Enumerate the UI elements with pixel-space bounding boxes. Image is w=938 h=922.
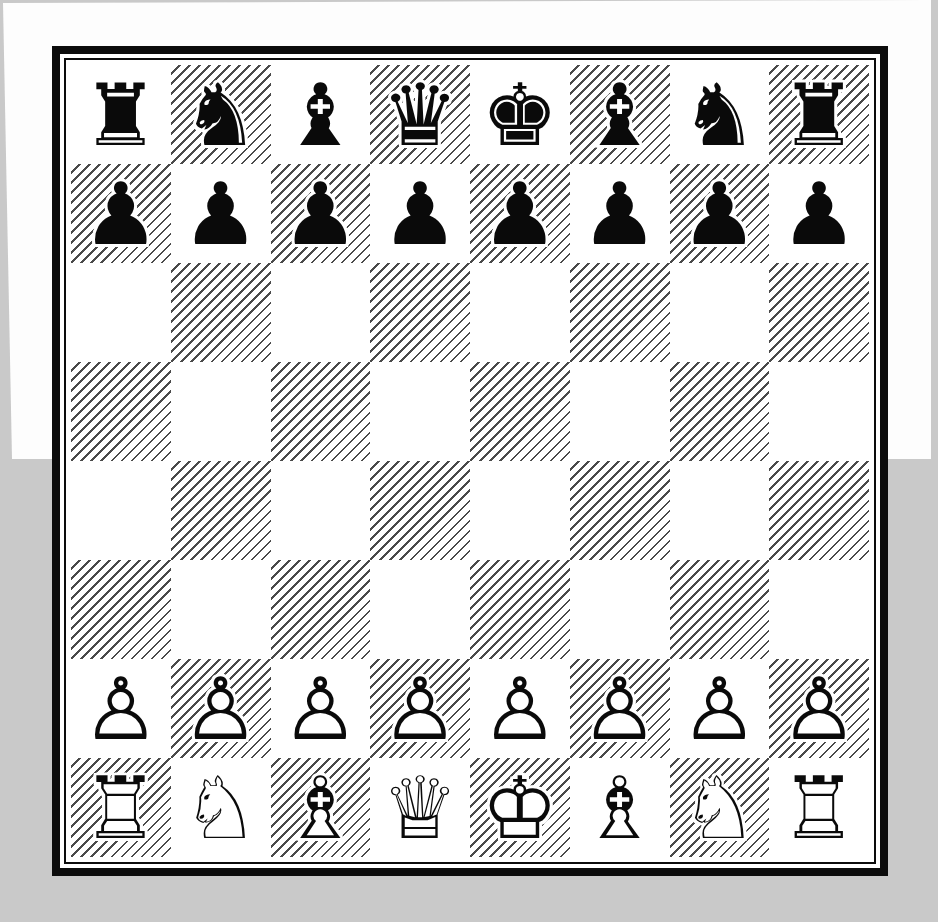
piece-glyph: ♟ bbox=[470, 164, 570, 263]
piece-glyph: ♟ bbox=[670, 164, 770, 263]
piece-black-bishop: ♝♝ bbox=[570, 65, 670, 164]
square-d4[interactable] bbox=[370, 461, 470, 560]
square-a6[interactable] bbox=[71, 263, 171, 362]
square-a8[interactable]: ♜♜ bbox=[71, 65, 171, 164]
piece-glyph: ♙ bbox=[370, 659, 470, 758]
piece-black-knight: ♞♞ bbox=[171, 65, 271, 164]
square-h1[interactable]: ♜♖ bbox=[769, 758, 869, 857]
square-b5[interactable] bbox=[171, 362, 271, 461]
board-grid: ♜♜♞♞♝♝♛♛♚♚♝♝♞♞♜♜♟♟♟♟♟♟♟♟♟♟♟♟♟♟♟♟♟♙♟♙♟♙♟♙… bbox=[71, 65, 869, 857]
piece-black-pawn: ♟♟ bbox=[570, 164, 670, 263]
piece-black-pawn: ♟♟ bbox=[670, 164, 770, 263]
square-f6[interactable] bbox=[570, 263, 670, 362]
board-inner-frame: ♜♜♞♞♝♝♛♛♚♚♝♝♞♞♜♜♟♟♟♟♟♟♟♟♟♟♟♟♟♟♟♟♟♙♟♙♟♙♟♙… bbox=[64, 58, 876, 864]
square-a2[interactable]: ♟♙ bbox=[71, 659, 171, 758]
square-a5[interactable] bbox=[71, 362, 171, 461]
piece-glyph: ♔ bbox=[470, 758, 570, 857]
square-d5[interactable] bbox=[370, 362, 470, 461]
square-a7[interactable]: ♟♟ bbox=[71, 164, 171, 263]
piece-glyph: ♜ bbox=[71, 65, 171, 164]
square-c6[interactable] bbox=[271, 263, 371, 362]
square-a4[interactable] bbox=[71, 461, 171, 560]
piece-glyph: ♟ bbox=[271, 164, 371, 263]
square-g5[interactable] bbox=[670, 362, 770, 461]
piece-white-queen: ♛♕ bbox=[370, 758, 470, 857]
piece-glyph: ♟ bbox=[570, 164, 670, 263]
square-g6[interactable] bbox=[670, 263, 770, 362]
piece-black-king: ♚♚ bbox=[470, 65, 570, 164]
piece-white-pawn: ♟♙ bbox=[271, 659, 371, 758]
square-b6[interactable] bbox=[171, 263, 271, 362]
square-h3[interactable] bbox=[769, 560, 869, 659]
square-c2[interactable]: ♟♙ bbox=[271, 659, 371, 758]
square-g1[interactable]: ♞♘ bbox=[670, 758, 770, 857]
square-d2[interactable]: ♟♙ bbox=[370, 659, 470, 758]
piece-glyph: ♕ bbox=[370, 758, 470, 857]
square-f2[interactable]: ♟♙ bbox=[570, 659, 670, 758]
square-h5[interactable] bbox=[769, 362, 869, 461]
square-c1[interactable]: ♝♗ bbox=[271, 758, 371, 857]
square-f7[interactable]: ♟♟ bbox=[570, 164, 670, 263]
piece-glyph: ♗ bbox=[570, 758, 670, 857]
piece-black-rook: ♜♜ bbox=[71, 65, 171, 164]
piece-white-bishop: ♝♗ bbox=[271, 758, 371, 857]
square-b7[interactable]: ♟♟ bbox=[171, 164, 271, 263]
square-d1[interactable]: ♛♕ bbox=[370, 758, 470, 857]
square-e5[interactable] bbox=[470, 362, 570, 461]
square-f3[interactable] bbox=[570, 560, 670, 659]
square-d7[interactable]: ♟♟ bbox=[370, 164, 470, 263]
square-g2[interactable]: ♟♙ bbox=[670, 659, 770, 758]
chessboard: ♜♜♞♞♝♝♛♛♚♚♝♝♞♞♜♜♟♟♟♟♟♟♟♟♟♟♟♟♟♟♟♟♟♙♟♙♟♙♟♙… bbox=[52, 46, 888, 876]
square-e4[interactable] bbox=[470, 461, 570, 560]
square-h7[interactable]: ♟♟ bbox=[769, 164, 869, 263]
square-c3[interactable] bbox=[271, 560, 371, 659]
square-f1[interactable]: ♝♗ bbox=[570, 758, 670, 857]
square-h4[interactable] bbox=[769, 461, 869, 560]
piece-white-pawn: ♟♙ bbox=[171, 659, 271, 758]
piece-black-rook: ♜♜ bbox=[769, 65, 869, 164]
piece-black-pawn: ♟♟ bbox=[71, 164, 171, 263]
piece-white-pawn: ♟♙ bbox=[769, 659, 869, 758]
square-f8[interactable]: ♝♝ bbox=[570, 65, 670, 164]
piece-white-rook: ♜♖ bbox=[71, 758, 171, 857]
square-d8[interactable]: ♛♛ bbox=[370, 65, 470, 164]
piece-black-pawn: ♟♟ bbox=[470, 164, 570, 263]
piece-glyph: ♖ bbox=[71, 758, 171, 857]
piece-glyph: ♞ bbox=[670, 65, 770, 164]
square-a3[interactable] bbox=[71, 560, 171, 659]
square-c7[interactable]: ♟♟ bbox=[271, 164, 371, 263]
piece-white-pawn: ♟♙ bbox=[71, 659, 171, 758]
piece-glyph: ♖ bbox=[769, 758, 869, 857]
piece-black-queen: ♛♛ bbox=[370, 65, 470, 164]
piece-white-rook: ♜♖ bbox=[769, 758, 869, 857]
piece-glyph: ♝ bbox=[570, 65, 670, 164]
piece-white-pawn: ♟♙ bbox=[470, 659, 570, 758]
piece-black-pawn: ♟♟ bbox=[769, 164, 869, 263]
piece-glyph: ♙ bbox=[570, 659, 670, 758]
piece-glyph: ♟ bbox=[71, 164, 171, 263]
piece-white-pawn: ♟♙ bbox=[570, 659, 670, 758]
square-d6[interactable] bbox=[370, 263, 470, 362]
square-e6[interactable] bbox=[470, 263, 570, 362]
square-h6[interactable] bbox=[769, 263, 869, 362]
piece-glyph: ♝ bbox=[271, 65, 371, 164]
piece-glyph: ♙ bbox=[271, 659, 371, 758]
square-g8[interactable]: ♞♞ bbox=[670, 65, 770, 164]
piece-glyph: ♙ bbox=[670, 659, 770, 758]
square-a1[interactable]: ♜♖ bbox=[71, 758, 171, 857]
square-e8[interactable]: ♚♚ bbox=[470, 65, 570, 164]
piece-black-pawn: ♟♟ bbox=[171, 164, 271, 263]
desktop-background: ♜♜♞♞♝♝♛♛♚♚♝♝♞♞♜♜♟♟♟♟♟♟♟♟♟♟♟♟♟♟♟♟♟♙♟♙♟♙♟♙… bbox=[0, 0, 938, 922]
piece-glyph: ♘ bbox=[670, 758, 770, 857]
piece-glyph: ♙ bbox=[769, 659, 869, 758]
square-f4[interactable] bbox=[570, 461, 670, 560]
square-e3[interactable] bbox=[470, 560, 570, 659]
piece-black-bishop: ♝♝ bbox=[271, 65, 371, 164]
piece-black-knight: ♞♞ bbox=[670, 65, 770, 164]
square-b3[interactable] bbox=[171, 560, 271, 659]
square-c8[interactable]: ♝♝ bbox=[271, 65, 371, 164]
square-g7[interactable]: ♟♟ bbox=[670, 164, 770, 263]
piece-glyph: ♟ bbox=[769, 164, 869, 263]
piece-white-bishop: ♝♗ bbox=[570, 758, 670, 857]
piece-glyph: ♙ bbox=[71, 659, 171, 758]
piece-glyph: ♙ bbox=[171, 659, 271, 758]
square-h8[interactable]: ♜♜ bbox=[769, 65, 869, 164]
piece-glyph: ♟ bbox=[171, 164, 271, 263]
piece-black-pawn: ♟♟ bbox=[271, 164, 371, 263]
square-d3[interactable] bbox=[370, 560, 470, 659]
square-h2[interactable]: ♟♙ bbox=[769, 659, 869, 758]
square-g3[interactable] bbox=[670, 560, 770, 659]
piece-glyph: ♙ bbox=[470, 659, 570, 758]
piece-white-knight: ♞♘ bbox=[171, 758, 271, 857]
piece-glyph: ♞ bbox=[171, 65, 271, 164]
square-e7[interactable]: ♟♟ bbox=[470, 164, 570, 263]
piece-glyph: ♚ bbox=[470, 65, 570, 164]
square-b4[interactable] bbox=[171, 461, 271, 560]
square-b1[interactable]: ♞♘ bbox=[171, 758, 271, 857]
square-e2[interactable]: ♟♙ bbox=[470, 659, 570, 758]
square-g4[interactable] bbox=[670, 461, 770, 560]
piece-glyph: ♜ bbox=[769, 65, 869, 164]
piece-glyph: ♘ bbox=[171, 758, 271, 857]
piece-white-king: ♚♔ bbox=[470, 758, 570, 857]
piece-white-knight: ♞♘ bbox=[670, 758, 770, 857]
piece-white-pawn: ♟♙ bbox=[670, 659, 770, 758]
square-c4[interactable] bbox=[271, 461, 371, 560]
square-c5[interactable] bbox=[271, 362, 371, 461]
piece-black-pawn: ♟♟ bbox=[370, 164, 470, 263]
square-e1[interactable]: ♚♔ bbox=[470, 758, 570, 857]
piece-white-pawn: ♟♙ bbox=[370, 659, 470, 758]
square-f5[interactable] bbox=[570, 362, 670, 461]
piece-glyph: ♛ bbox=[370, 65, 470, 164]
piece-glyph: ♗ bbox=[271, 758, 371, 857]
square-b8[interactable]: ♞♞ bbox=[171, 65, 271, 164]
square-b2[interactable]: ♟♙ bbox=[171, 659, 271, 758]
piece-glyph: ♟ bbox=[370, 164, 470, 263]
